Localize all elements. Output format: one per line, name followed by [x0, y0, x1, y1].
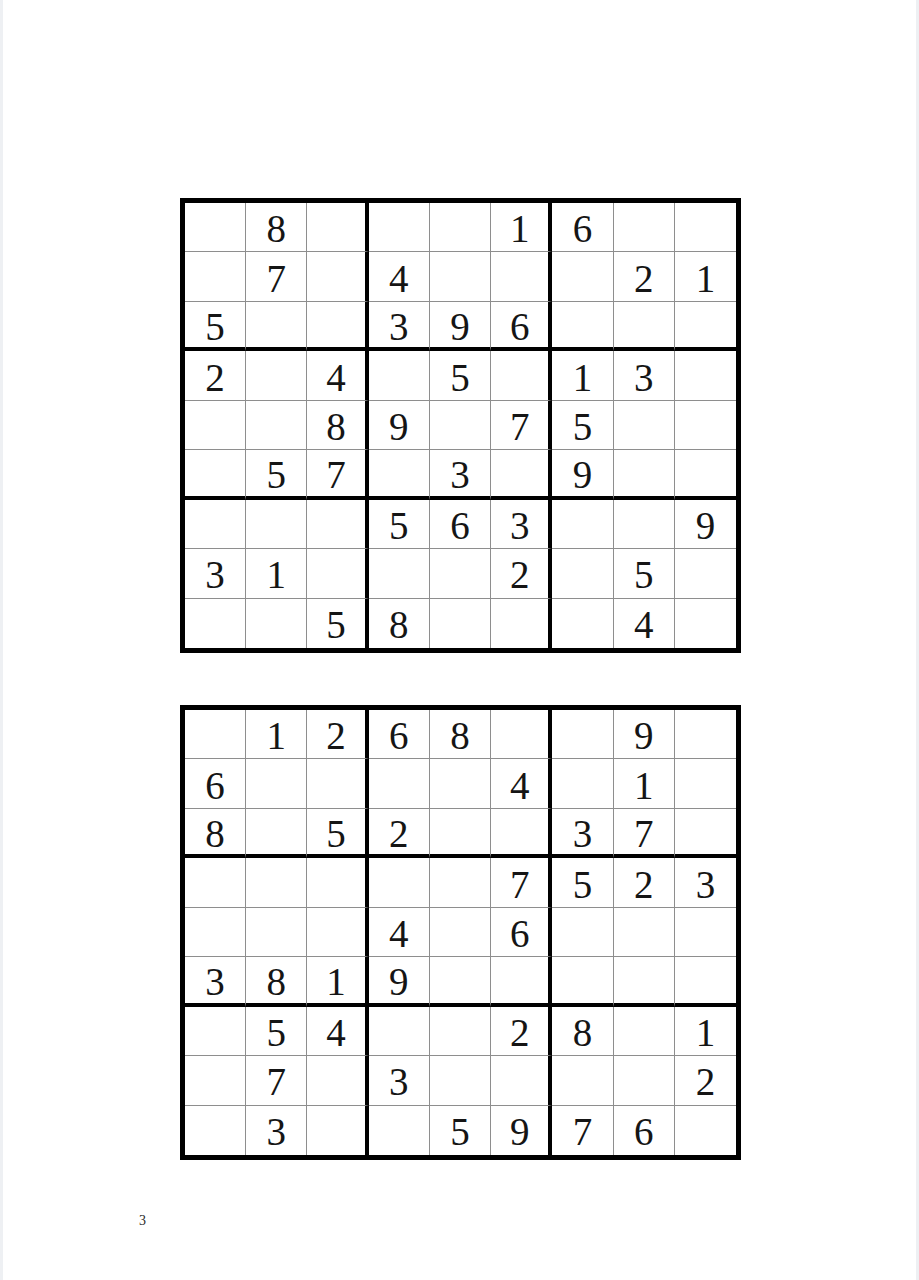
cell-r8c7[interactable] [552, 1056, 613, 1105]
cell-r2c5[interactable] [430, 252, 491, 301]
cell-r6c6[interactable] [491, 450, 552, 499]
cell-r7c8[interactable] [614, 500, 675, 549]
cell-r5c5[interactable] [430, 908, 491, 957]
cell-r3c9[interactable] [675, 809, 736, 858]
page-number: 3 [139, 1213, 146, 1229]
cell-r4c3[interactable]: 4 [307, 351, 368, 400]
cell-r3c2[interactable] [246, 809, 307, 858]
cell-r5c4[interactable]: 9 [369, 401, 430, 450]
cell-r4c6[interactable] [491, 351, 552, 400]
cell-r6c2[interactable]: 8 [246, 957, 307, 1006]
cell-r3c6[interactable] [491, 809, 552, 858]
cell-r5c1[interactable] [185, 401, 246, 450]
cell-r8c1[interactable]: 3 [185, 549, 246, 598]
cell-r2c3[interactable] [307, 252, 368, 301]
cell-r9c9[interactable] [675, 1106, 736, 1155]
cell-r3c5[interactable] [430, 809, 491, 858]
cell-r1c4[interactable]: 6 [369, 710, 430, 759]
cell-r1c9[interactable] [675, 203, 736, 252]
cell-r1c5[interactable]: 8 [430, 710, 491, 759]
cell-r3c4[interactable]: 3 [369, 302, 430, 351]
cell-r5c3[interactable] [307, 908, 368, 957]
cell-r1c7[interactable] [552, 710, 613, 759]
cell-r9c3[interactable] [307, 1106, 368, 1155]
cell-r1c6[interactable]: 1 [491, 203, 552, 252]
cell-r8c2[interactable]: 1 [246, 549, 307, 598]
cell-r5c1[interactable] [185, 908, 246, 957]
cell-r5c4[interactable]: 4 [369, 908, 430, 957]
cell-r2c3[interactable] [307, 759, 368, 808]
cell-r6c8[interactable] [614, 957, 675, 1006]
cell-r8c8[interactable] [614, 1056, 675, 1105]
cell-r5c8[interactable] [614, 908, 675, 957]
cell-r8c3[interactable] [307, 1056, 368, 1105]
cell-r5c5[interactable] [430, 401, 491, 450]
cell-r4c1[interactable]: 2 [185, 351, 246, 400]
cell-r4c7[interactable]: 5 [552, 858, 613, 907]
cell-r4c3[interactable] [307, 858, 368, 907]
cell-r7c8[interactable] [614, 1007, 675, 1056]
cell-r4c8[interactable]: 2 [614, 858, 675, 907]
cell-r7c1[interactable] [185, 500, 246, 549]
cell-r9c6[interactable]: 9 [491, 1106, 552, 1155]
cell-r2c4[interactable] [369, 759, 430, 808]
cell-r1c1[interactable] [185, 203, 246, 252]
cell-r4c2[interactable] [246, 351, 307, 400]
cell-r7c9[interactable]: 1 [675, 1007, 736, 1056]
cell-r9c9[interactable] [675, 599, 736, 648]
cell-r3c8[interactable] [614, 302, 675, 351]
cell-r6c6[interactable] [491, 957, 552, 1006]
cell-r5c3[interactable]: 8 [307, 401, 368, 450]
cell-r8c6[interactable] [491, 1056, 552, 1105]
cell-r4c1[interactable] [185, 858, 246, 907]
cell-r4c2[interactable] [246, 858, 307, 907]
cell-r6c2[interactable]: 5 [246, 450, 307, 499]
cell-r1c8[interactable]: 9 [614, 710, 675, 759]
cell-r8c4[interactable]: 3 [369, 1056, 430, 1105]
cell-r8c8[interactable]: 5 [614, 549, 675, 598]
cell-r9c4[interactable]: 8 [369, 599, 430, 648]
cell-r9c2[interactable] [246, 599, 307, 648]
cell-r9c7[interactable]: 7 [552, 1106, 613, 1155]
cell-r2c2[interactable] [246, 759, 307, 808]
cell-r3c6[interactable]: 6 [491, 302, 552, 351]
cell-r7c7[interactable]: 8 [552, 1007, 613, 1056]
cell-r1c9[interactable] [675, 710, 736, 759]
page-left-edge [0, 0, 3, 1280]
cell-r2c8[interactable]: 2 [614, 252, 675, 301]
sudoku-board-top: 81674215396245138975573956393125584 [180, 198, 741, 653]
cell-r7c6[interactable]: 2 [491, 1007, 552, 1056]
cell-r1c5[interactable] [430, 203, 491, 252]
cell-r3c9[interactable] [675, 302, 736, 351]
cell-r1c1[interactable] [185, 710, 246, 759]
cell-r9c3[interactable]: 5 [307, 599, 368, 648]
cell-r6c4[interactable] [369, 450, 430, 499]
cell-r1c8[interactable] [614, 203, 675, 252]
cell-r2c9[interactable] [675, 759, 736, 808]
cell-r8c9[interactable]: 2 [675, 1056, 736, 1105]
cell-r1c3[interactable]: 2 [307, 710, 368, 759]
cell-r2c1[interactable] [185, 252, 246, 301]
cell-r9c7[interactable] [552, 599, 613, 648]
cell-r6c5[interactable]: 3 [430, 450, 491, 499]
cell-r7c3[interactable] [307, 500, 368, 549]
cell-r4c5[interactable]: 5 [430, 351, 491, 400]
cell-r9c1[interactable] [185, 1106, 246, 1155]
cell-r4c4[interactable] [369, 351, 430, 400]
cell-r8c1[interactable] [185, 1056, 246, 1105]
cell-r8c3[interactable] [307, 549, 368, 598]
cell-r9c1[interactable] [185, 599, 246, 648]
cell-r8c6[interactable]: 2 [491, 549, 552, 598]
cell-r5c7[interactable]: 5 [552, 401, 613, 450]
cell-r6c9[interactable] [675, 957, 736, 1006]
cell-r9c5[interactable]: 5 [430, 1106, 491, 1155]
cell-r2c5[interactable] [430, 759, 491, 808]
cell-r4c9[interactable] [675, 351, 736, 400]
cell-r6c1[interactable]: 3 [185, 957, 246, 1006]
cell-r6c4[interactable]: 9 [369, 957, 430, 1006]
cell-r1c2[interactable]: 8 [246, 203, 307, 252]
cell-r2c7[interactable] [552, 759, 613, 808]
cell-r2c9[interactable]: 1 [675, 252, 736, 301]
cell-r4c4[interactable] [369, 858, 430, 907]
cell-r6c8[interactable] [614, 450, 675, 499]
cell-r2c8[interactable]: 1 [614, 759, 675, 808]
cell-r4c7[interactable]: 1 [552, 351, 613, 400]
cell-r5c9[interactable] [675, 908, 736, 957]
cell-r8c4[interactable] [369, 549, 430, 598]
cell-r2c4[interactable]: 4 [369, 252, 430, 301]
cell-r9c8[interactable]: 4 [614, 599, 675, 648]
cell-r7c5[interactable]: 6 [430, 500, 491, 549]
cell-r9c8[interactable]: 6 [614, 1106, 675, 1155]
cell-r7c6[interactable]: 3 [491, 500, 552, 549]
cell-r8c7[interactable] [552, 549, 613, 598]
cell-r7c2[interactable]: 5 [246, 1007, 307, 1056]
cell-r1c7[interactable]: 6 [552, 203, 613, 252]
cell-r9c4[interactable] [369, 1106, 430, 1155]
cell-r4c9[interactable]: 3 [675, 858, 736, 907]
cell-r5c9[interactable] [675, 401, 736, 450]
cell-r6c5[interactable] [430, 957, 491, 1006]
cell-r6c3[interactable]: 7 [307, 450, 368, 499]
cell-r7c1[interactable] [185, 1007, 246, 1056]
cell-r8c5[interactable] [430, 1056, 491, 1105]
cell-r7c7[interactable] [552, 500, 613, 549]
cell-r9c2[interactable]: 3 [246, 1106, 307, 1155]
cell-r6c3[interactable]: 1 [307, 957, 368, 1006]
cell-r9c6[interactable] [491, 599, 552, 648]
cell-r4c8[interactable]: 3 [614, 351, 675, 400]
cell-r1c4[interactable] [369, 203, 430, 252]
cell-r3c3[interactable]: 5 [307, 809, 368, 858]
cell-r5c6[interactable]: 6 [491, 908, 552, 957]
cell-r7c5[interactable] [430, 1007, 491, 1056]
cell-r7c4[interactable] [369, 1007, 430, 1056]
cell-r5c2[interactable] [246, 908, 307, 957]
cell-r5c7[interactable] [552, 908, 613, 957]
cell-r6c1[interactable] [185, 450, 246, 499]
cell-r3c5[interactable]: 9 [430, 302, 491, 351]
cell-r3c4[interactable]: 2 [369, 809, 430, 858]
cell-r3c3[interactable] [307, 302, 368, 351]
cell-r2c1[interactable]: 6 [185, 759, 246, 808]
cell-r9c5[interactable] [430, 599, 491, 648]
cell-r8c9[interactable] [675, 549, 736, 598]
cell-r3c7[interactable] [552, 302, 613, 351]
cell-r7c2[interactable] [246, 500, 307, 549]
cell-r1c6[interactable] [491, 710, 552, 759]
cell-r6c9[interactable] [675, 450, 736, 499]
cell-r2c6[interactable]: 4 [491, 759, 552, 808]
cell-r2c7[interactable] [552, 252, 613, 301]
cell-r6c7[interactable]: 9 [552, 450, 613, 499]
cell-r3c8[interactable]: 7 [614, 809, 675, 858]
sudoku-board-bottom: 126896418523775234638195428173235976 [180, 705, 741, 1160]
cell-r1c3[interactable] [307, 203, 368, 252]
cell-r5c2[interactable] [246, 401, 307, 450]
cell-r3c7[interactable]: 3 [552, 809, 613, 858]
cell-r4c5[interactable] [430, 858, 491, 907]
cell-r4c6[interactable]: 7 [491, 858, 552, 907]
cell-r7c3[interactable]: 4 [307, 1007, 368, 1056]
cell-r3c2[interactable] [246, 302, 307, 351]
cell-r2c6[interactable] [491, 252, 552, 301]
cell-r7c9[interactable]: 9 [675, 500, 736, 549]
cell-r6c7[interactable] [552, 957, 613, 1006]
cell-r5c6[interactable]: 7 [491, 401, 552, 450]
cell-r3c1[interactable]: 5 [185, 302, 246, 351]
cell-r5c8[interactable] [614, 401, 675, 450]
cell-r3c1[interactable]: 8 [185, 809, 246, 858]
cell-r2c2[interactable]: 7 [246, 252, 307, 301]
cell-r8c5[interactable] [430, 549, 491, 598]
cell-r8c2[interactable]: 7 [246, 1056, 307, 1105]
cell-r1c2[interactable]: 1 [246, 710, 307, 759]
cell-r7c4[interactable]: 5 [369, 500, 430, 549]
